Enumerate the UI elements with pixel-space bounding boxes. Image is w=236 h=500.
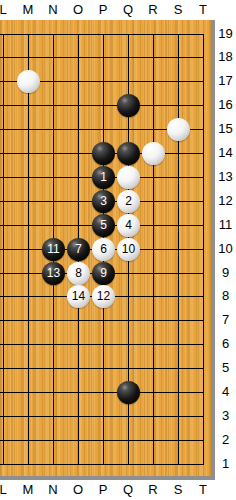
row-label-5: 5 [215,360,236,376]
col-label-top-S: S [174,1,183,19]
stone-black-n9[interactable]: 13 [42,262,65,285]
row-label-18: 18 [215,49,236,65]
row-label-14: 14 [215,145,236,161]
stone-move-number: 7 [75,242,82,256]
col-label-bottom-R: R [148,481,157,499]
stone-black-n10[interactable]: 11 [42,238,65,261]
col-label-top-T: T [199,1,207,19]
stone-move-number: 8 [75,266,82,280]
col-label-top-R: R [148,1,157,19]
stone-white-p10[interactable]: 6 [92,238,115,261]
stone-white-q11[interactable]: 4 [117,214,140,237]
col-label-bottom-Q: Q [123,481,133,499]
row-label-2: 2 [215,432,236,448]
col-label-bottom-N: N [48,481,57,499]
stone-white-o9[interactable]: 8 [67,262,90,285]
stone-black-o10[interactable]: 7 [67,238,90,261]
grid-line-h [0,344,204,345]
grid-line-h [0,368,204,369]
stone-white-q10[interactable]: 10 [117,238,140,261]
stone-move-number: 4 [125,218,132,232]
stone-move-number: 14 [72,289,85,303]
stone-white-m17[interactable] [17,70,40,93]
go-diagram-panel: LMNOPQRST 1234567891011121314 1918171615… [0,0,236,500]
col-label-top-P: P [99,1,108,19]
stone-white-o8[interactable]: 14 [67,285,90,308]
grid-line-h [0,320,204,321]
stone-black-p12[interactable]: 3 [92,190,115,213]
row-label-15: 15 [215,121,236,137]
col-label-top-L: L [0,1,7,19]
grid-line-h [0,105,204,106]
row-label-19: 19 [215,26,236,42]
row-label-6: 6 [215,336,236,352]
stone-black-p14[interactable] [92,142,115,165]
row-label-12: 12 [215,193,236,209]
grid-line-h [0,57,204,58]
col-label-top-O: O [73,1,83,19]
stone-white-q13[interactable] [117,166,140,189]
stone-black-p9[interactable]: 9 [92,262,115,285]
col-label-top-N: N [48,1,57,19]
row-label-10: 10 [215,241,236,257]
grid-line-h [0,416,204,417]
stone-black-p13[interactable]: 1 [92,166,115,189]
stone-white-s15[interactable] [167,118,190,141]
row-label-17: 17 [215,73,236,89]
column-labels-bottom: LMNOPQRST [0,480,236,500]
stone-move-number: 1 [100,170,107,184]
column-labels-top: LMNOPQRST [0,0,236,20]
stone-white-q12[interactable]: 2 [117,190,140,213]
grid-line-h [0,464,204,465]
grid-line-h [0,34,204,35]
go-board[interactable]: 1234567891011121314 [0,20,215,480]
stone-move-number: 12 [97,289,110,303]
row-label-7: 7 [215,312,236,328]
stone-black-q16[interactable] [117,94,140,117]
col-label-bottom-M: M [23,481,34,499]
stone-move-number: 10 [122,242,135,256]
stone-move-number: 2 [125,194,132,208]
row-label-8: 8 [215,288,236,304]
row-label-4: 4 [215,384,236,400]
col-label-bottom-T: T [199,481,207,499]
row-label-16: 16 [215,97,236,113]
col-label-bottom-O: O [73,481,83,499]
stone-black-q14[interactable] [117,142,140,165]
col-label-bottom-L: L [0,481,7,499]
col-label-top-Q: Q [123,1,133,19]
stone-move-number: 9 [100,266,107,280]
stone-move-number: 3 [100,194,107,208]
stone-black-p11[interactable]: 5 [92,214,115,237]
col-label-top-M: M [23,1,34,19]
grid-line-h [0,440,204,441]
stone-black-q4[interactable] [117,381,140,404]
row-label-3: 3 [215,408,236,424]
row-labels: 19181716151413121110987654321 [215,0,236,500]
grid-line-h [0,392,204,393]
row-label-9: 9 [215,265,236,281]
stone-white-p8[interactable]: 12 [92,285,115,308]
col-label-bottom-S: S [174,481,183,499]
stone-move-number: 11 [47,242,59,256]
col-label-bottom-P: P [99,481,108,499]
stone-white-r14[interactable] [142,142,165,165]
stone-move-number: 5 [100,218,107,232]
row-label-13: 13 [215,169,236,185]
stone-move-number: 13 [47,266,60,280]
row-label-11: 11 [215,217,236,233]
row-label-1: 1 [215,456,236,472]
stone-move-number: 6 [100,242,107,256]
